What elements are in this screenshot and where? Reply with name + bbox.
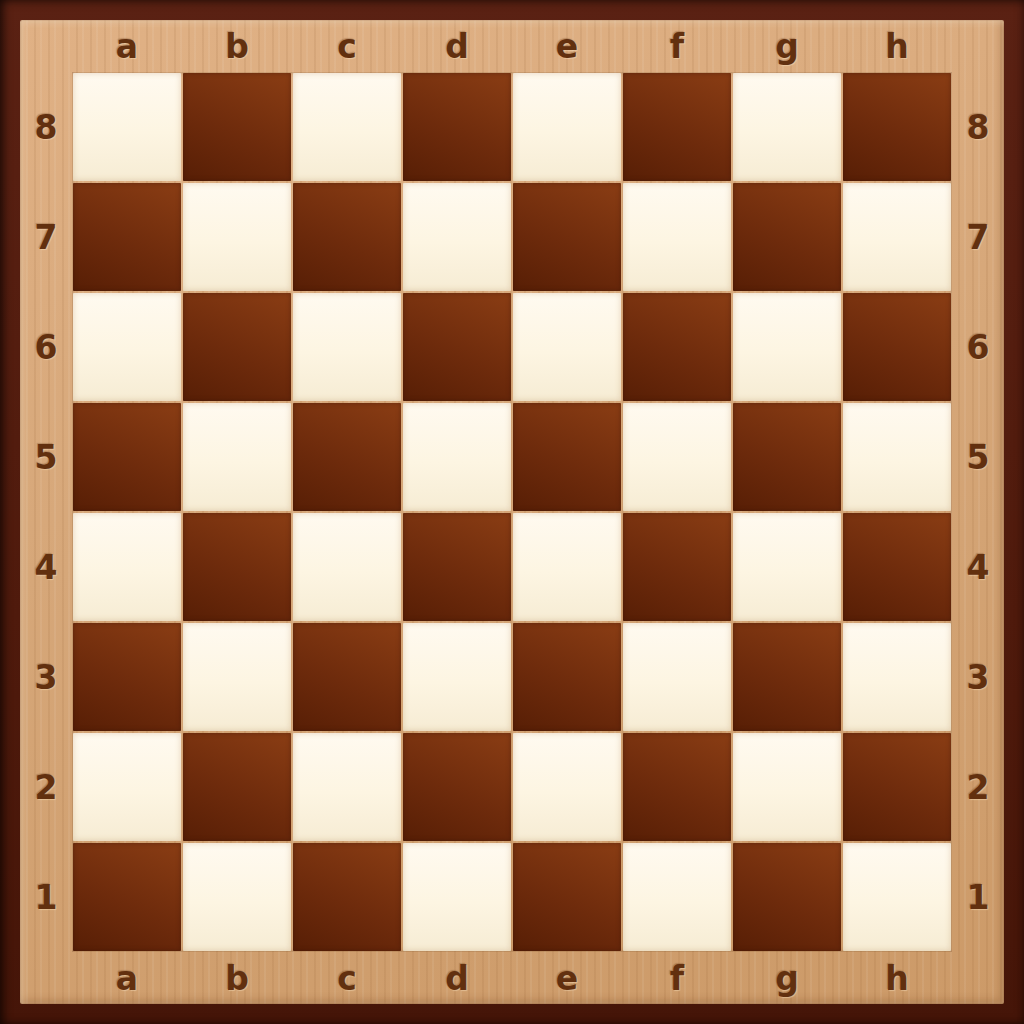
rank-labels-left: 87654321 [20, 72, 72, 952]
square-d8[interactable] [403, 73, 511, 181]
square-h7[interactable] [843, 183, 951, 291]
square-c1[interactable] [293, 843, 401, 951]
board-frame: abcdefgh 87654321 87654321 abcdefgh [20, 20, 1004, 1004]
square-b8[interactable] [183, 73, 291, 181]
square-b1[interactable] [183, 843, 291, 951]
file-label-g: g [732, 20, 842, 72]
square-b3[interactable] [183, 623, 291, 731]
rank-labels-right: 87654321 [952, 72, 1004, 952]
file-labels-top: abcdefgh [72, 20, 952, 72]
rank-label-4: 4 [952, 512, 1004, 622]
rank-label-2: 2 [20, 732, 72, 842]
rank-label-7: 7 [952, 182, 1004, 292]
square-e3[interactable] [513, 623, 621, 731]
square-h8[interactable] [843, 73, 951, 181]
file-label-e: e [512, 952, 622, 1004]
square-c7[interactable] [293, 183, 401, 291]
file-label-b: b [182, 952, 292, 1004]
square-e5[interactable] [513, 403, 621, 511]
file-label-a: a [72, 952, 182, 1004]
rank-label-8: 8 [952, 72, 1004, 182]
rank-label-1: 1 [20, 842, 72, 952]
file-label-d: d [402, 20, 512, 72]
file-label-h: h [842, 20, 952, 72]
board-grid [72, 72, 952, 952]
board-outer-border: abcdefgh 87654321 87654321 abcdefgh [0, 0, 1024, 1024]
square-c6[interactable] [293, 293, 401, 401]
square-e6[interactable] [513, 293, 621, 401]
file-labels-bottom: abcdefgh [72, 952, 952, 1004]
file-label-h: h [842, 952, 952, 1004]
square-g3[interactable] [733, 623, 841, 731]
square-a4[interactable] [73, 513, 181, 621]
rank-label-6: 6 [20, 292, 72, 402]
square-c8[interactable] [293, 73, 401, 181]
file-label-e: e [512, 20, 622, 72]
square-f8[interactable] [623, 73, 731, 181]
square-b2[interactable] [183, 733, 291, 841]
square-g4[interactable] [733, 513, 841, 621]
square-d2[interactable] [403, 733, 511, 841]
chessboard: abcdefgh 87654321 87654321 abcdefgh [0, 0, 1024, 1024]
square-h6[interactable] [843, 293, 951, 401]
square-g5[interactable] [733, 403, 841, 511]
square-e1[interactable] [513, 843, 621, 951]
rank-label-3: 3 [952, 622, 1004, 732]
rank-label-5: 5 [952, 402, 1004, 512]
square-d4[interactable] [403, 513, 511, 621]
square-c2[interactable] [293, 733, 401, 841]
rank-label-4: 4 [20, 512, 72, 622]
square-g7[interactable] [733, 183, 841, 291]
square-a6[interactable] [73, 293, 181, 401]
square-f2[interactable] [623, 733, 731, 841]
square-e8[interactable] [513, 73, 621, 181]
file-label-b: b [182, 20, 292, 72]
square-f6[interactable] [623, 293, 731, 401]
square-f5[interactable] [623, 403, 731, 511]
rank-label-3: 3 [20, 622, 72, 732]
square-g6[interactable] [733, 293, 841, 401]
square-d1[interactable] [403, 843, 511, 951]
square-g8[interactable] [733, 73, 841, 181]
file-label-d: d [402, 952, 512, 1004]
square-c4[interactable] [293, 513, 401, 621]
rank-label-1: 1 [952, 842, 1004, 952]
square-b7[interactable] [183, 183, 291, 291]
square-a3[interactable] [73, 623, 181, 731]
file-label-c: c [292, 20, 402, 72]
square-b5[interactable] [183, 403, 291, 511]
square-f7[interactable] [623, 183, 731, 291]
square-h3[interactable] [843, 623, 951, 731]
rank-label-5: 5 [20, 402, 72, 512]
rank-label-8: 8 [20, 72, 72, 182]
square-h4[interactable] [843, 513, 951, 621]
square-a8[interactable] [73, 73, 181, 181]
square-e7[interactable] [513, 183, 621, 291]
square-a5[interactable] [73, 403, 181, 511]
square-f3[interactable] [623, 623, 731, 731]
square-h1[interactable] [843, 843, 951, 951]
square-f1[interactable] [623, 843, 731, 951]
square-a7[interactable] [73, 183, 181, 291]
square-d5[interactable] [403, 403, 511, 511]
square-e2[interactable] [513, 733, 621, 841]
file-label-c: c [292, 952, 402, 1004]
square-c3[interactable] [293, 623, 401, 731]
square-a1[interactable] [73, 843, 181, 951]
square-g1[interactable] [733, 843, 841, 951]
rank-label-2: 2 [952, 732, 1004, 842]
square-b4[interactable] [183, 513, 291, 621]
file-label-g: g [732, 952, 842, 1004]
square-g2[interactable] [733, 733, 841, 841]
square-h5[interactable] [843, 403, 951, 511]
square-d7[interactable] [403, 183, 511, 291]
square-d3[interactable] [403, 623, 511, 731]
square-h2[interactable] [843, 733, 951, 841]
square-d6[interactable] [403, 293, 511, 401]
rank-label-7: 7 [20, 182, 72, 292]
file-label-f: f [622, 20, 732, 72]
square-f4[interactable] [623, 513, 731, 621]
square-c5[interactable] [293, 403, 401, 511]
rank-label-6: 6 [952, 292, 1004, 402]
square-b6[interactable] [183, 293, 291, 401]
file-label-a: a [72, 20, 182, 72]
square-e4[interactable] [513, 513, 621, 621]
file-label-f: f [622, 952, 732, 1004]
square-a2[interactable] [73, 733, 181, 841]
